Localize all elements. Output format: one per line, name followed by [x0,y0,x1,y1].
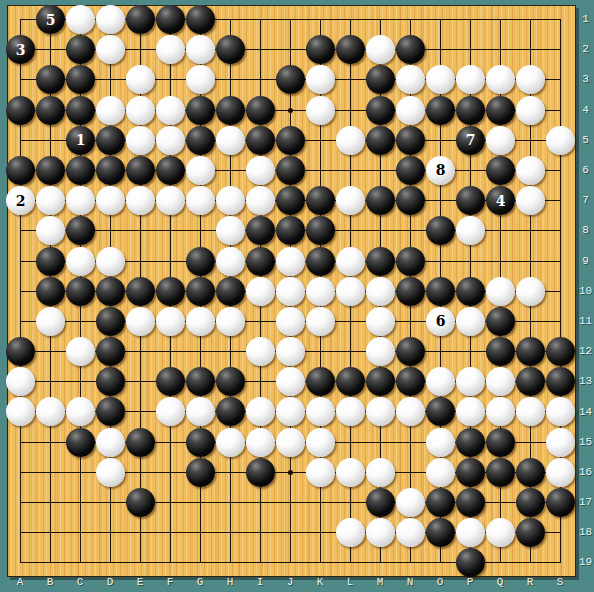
intersection-E19[interactable] [125,547,155,577]
intersection-S9[interactable] [545,246,575,276]
intersection-F2[interactable] [155,34,185,64]
intersection-G3[interactable] [185,64,215,94]
intersection-A4[interactable] [5,95,35,125]
intersection-I4[interactable] [245,95,275,125]
intersection-O11[interactable]: 6 [425,306,455,336]
intersection-D11[interactable] [95,306,125,336]
intersection-I8[interactable] [245,215,275,245]
intersection-E10[interactable] [125,276,155,306]
intersection-F16[interactable] [155,457,185,487]
intersection-J7[interactable] [275,185,305,215]
intersection-O7[interactable] [425,185,455,215]
intersection-C7[interactable] [65,185,95,215]
intersection-H2[interactable] [215,34,245,64]
intersection-O9[interactable] [425,246,455,276]
intersection-H13[interactable] [215,366,245,396]
intersection-F19[interactable] [155,547,185,577]
intersection-A18[interactable] [5,517,35,547]
intersection-Q6[interactable] [485,155,515,185]
intersection-M15[interactable] [365,427,395,457]
intersection-Q17[interactable] [485,487,515,517]
intersection-Q7[interactable]: 4 [485,185,515,215]
intersection-M17[interactable] [365,487,395,517]
intersection-L12[interactable] [335,336,365,366]
intersection-H12[interactable] [215,336,245,366]
intersection-K7[interactable] [305,185,335,215]
intersection-F18[interactable] [155,517,185,547]
intersection-A1[interactable] [5,4,35,34]
intersection-O4[interactable] [425,95,455,125]
intersection-M7[interactable] [365,185,395,215]
intersection-N5[interactable] [395,125,425,155]
intersection-R16[interactable] [515,457,545,487]
intersection-E2[interactable] [125,34,155,64]
intersection-P19[interactable] [455,547,485,577]
intersection-N4[interactable] [395,95,425,125]
intersection-G19[interactable] [185,547,215,577]
intersection-C10[interactable] [65,276,95,306]
intersection-O18[interactable] [425,517,455,547]
intersection-M13[interactable] [365,366,395,396]
intersection-G18[interactable] [185,517,215,547]
intersection-M16[interactable] [365,457,395,487]
intersection-P16[interactable] [455,457,485,487]
intersection-H5[interactable] [215,125,245,155]
intersection-L3[interactable] [335,64,365,94]
intersection-D6[interactable] [95,155,125,185]
intersection-M12[interactable] [365,336,395,366]
intersection-M3[interactable] [365,64,395,94]
intersection-G11[interactable] [185,306,215,336]
intersection-C6[interactable] [65,155,95,185]
intersection-Q19[interactable] [485,547,515,577]
intersection-K13[interactable] [305,366,335,396]
intersection-I13[interactable] [245,366,275,396]
intersection-R19[interactable] [515,547,545,577]
intersection-D17[interactable] [95,487,125,517]
intersection-A7[interactable]: 2 [5,185,35,215]
intersection-A5[interactable] [5,125,35,155]
intersection-O13[interactable] [425,366,455,396]
intersection-C8[interactable] [65,215,95,245]
intersection-I10[interactable] [245,276,275,306]
intersection-Q14[interactable] [485,396,515,426]
intersection-R17[interactable] [515,487,545,517]
intersection-F8[interactable] [155,215,185,245]
intersection-Q15[interactable] [485,427,515,457]
intersection-S12[interactable] [545,336,575,366]
intersection-E14[interactable] [125,396,155,426]
intersection-L4[interactable] [335,95,365,125]
intersection-O14[interactable] [425,396,455,426]
intersection-C2[interactable] [65,34,95,64]
intersection-K10[interactable] [305,276,335,306]
intersection-N3[interactable] [395,64,425,94]
intersection-A10[interactable] [5,276,35,306]
intersection-O15[interactable] [425,427,455,457]
intersection-G15[interactable] [185,427,215,457]
intersection-K14[interactable] [305,396,335,426]
intersection-I9[interactable] [245,246,275,276]
intersection-M2[interactable] [365,34,395,64]
intersection-B12[interactable] [35,336,65,366]
intersection-P2[interactable] [455,34,485,64]
intersection-L19[interactable] [335,547,365,577]
intersection-H15[interactable] [215,427,245,457]
intersection-L1[interactable] [335,4,365,34]
intersection-R4[interactable] [515,95,545,125]
intersection-L11[interactable] [335,306,365,336]
intersection-G9[interactable] [185,246,215,276]
intersection-C15[interactable] [65,427,95,457]
intersection-N6[interactable] [395,155,425,185]
intersection-H11[interactable] [215,306,245,336]
intersection-G2[interactable] [185,34,215,64]
intersection-Q2[interactable] [485,34,515,64]
intersection-N7[interactable] [395,185,425,215]
intersection-J8[interactable] [275,215,305,245]
intersection-P1[interactable] [455,4,485,34]
intersection-D5[interactable] [95,125,125,155]
intersection-S1[interactable] [545,4,575,34]
intersection-R14[interactable] [515,396,545,426]
intersection-P8[interactable] [455,215,485,245]
intersection-P12[interactable] [455,336,485,366]
intersection-I3[interactable] [245,64,275,94]
intersection-E11[interactable] [125,306,155,336]
intersection-J11[interactable] [275,306,305,336]
intersection-S18[interactable] [545,517,575,547]
intersection-K16[interactable] [305,457,335,487]
intersection-C3[interactable] [65,64,95,94]
intersection-S10[interactable] [545,276,575,306]
intersection-F4[interactable] [155,95,185,125]
intersection-M10[interactable] [365,276,395,306]
intersection-K12[interactable] [305,336,335,366]
intersection-L9[interactable] [335,246,365,276]
intersection-S3[interactable] [545,64,575,94]
intersection-J13[interactable] [275,366,305,396]
intersection-P9[interactable] [455,246,485,276]
intersection-A15[interactable] [5,427,35,457]
intersection-H6[interactable] [215,155,245,185]
intersection-H4[interactable] [215,95,245,125]
intersection-P4[interactable] [455,95,485,125]
intersection-C4[interactable] [65,95,95,125]
intersection-A12[interactable] [5,336,35,366]
intersection-I17[interactable] [245,487,275,517]
intersection-B15[interactable] [35,427,65,457]
intersection-J5[interactable] [275,125,305,155]
intersection-C19[interactable] [65,547,95,577]
intersection-C17[interactable] [65,487,95,517]
intersection-D12[interactable] [95,336,125,366]
intersection-R6[interactable] [515,155,545,185]
intersection-H18[interactable] [215,517,245,547]
intersection-F13[interactable] [155,366,185,396]
intersection-S2[interactable] [545,34,575,64]
intersection-N15[interactable] [395,427,425,457]
intersection-A9[interactable] [5,246,35,276]
intersection-P13[interactable] [455,366,485,396]
intersection-N12[interactable] [395,336,425,366]
intersection-N14[interactable] [395,396,425,426]
intersection-G5[interactable] [185,125,215,155]
intersection-S8[interactable] [545,215,575,245]
intersection-P14[interactable] [455,396,485,426]
intersection-A17[interactable] [5,487,35,517]
intersection-B18[interactable] [35,517,65,547]
intersection-D2[interactable] [95,34,125,64]
intersection-R15[interactable] [515,427,545,457]
intersection-S15[interactable] [545,427,575,457]
intersection-D19[interactable] [95,547,125,577]
intersection-L7[interactable] [335,185,365,215]
intersection-L17[interactable] [335,487,365,517]
intersection-G16[interactable] [185,457,215,487]
intersection-I15[interactable] [245,427,275,457]
intersection-D15[interactable] [95,427,125,457]
intersection-H14[interactable] [215,396,245,426]
intersection-D10[interactable] [95,276,125,306]
intersection-J2[interactable] [275,34,305,64]
intersection-A13[interactable] [5,366,35,396]
intersection-Q3[interactable] [485,64,515,94]
intersection-B8[interactable] [35,215,65,245]
intersection-I11[interactable] [245,306,275,336]
intersection-N11[interactable] [395,306,425,336]
intersection-H16[interactable] [215,457,245,487]
intersection-M19[interactable] [365,547,395,577]
intersection-K11[interactable] [305,306,335,336]
intersection-F10[interactable] [155,276,185,306]
intersection-L5[interactable] [335,125,365,155]
intersection-E8[interactable] [125,215,155,245]
intersection-L18[interactable] [335,517,365,547]
intersection-L16[interactable] [335,457,365,487]
intersection-J6[interactable] [275,155,305,185]
intersection-G6[interactable] [185,155,215,185]
intersection-K2[interactable] [305,34,335,64]
intersection-E7[interactable] [125,185,155,215]
intersection-R11[interactable] [515,306,545,336]
intersection-O1[interactable] [425,4,455,34]
intersection-D1[interactable] [95,4,125,34]
intersection-I6[interactable] [245,155,275,185]
intersection-O3[interactable] [425,64,455,94]
intersection-H1[interactable] [215,4,245,34]
intersection-H3[interactable] [215,64,245,94]
intersection-R8[interactable] [515,215,545,245]
intersection-S11[interactable] [545,306,575,336]
intersection-K9[interactable] [305,246,335,276]
intersection-D13[interactable] [95,366,125,396]
intersection-D3[interactable] [95,64,125,94]
intersection-S13[interactable] [545,366,575,396]
intersection-B3[interactable] [35,64,65,94]
intersection-H7[interactable] [215,185,245,215]
intersection-E15[interactable] [125,427,155,457]
intersection-O8[interactable] [425,215,455,245]
intersection-M6[interactable] [365,155,395,185]
intersection-D4[interactable] [95,95,125,125]
intersection-M8[interactable] [365,215,395,245]
intersection-C14[interactable] [65,396,95,426]
intersection-K19[interactable] [305,547,335,577]
intersection-Q9[interactable] [485,246,515,276]
intersection-I5[interactable] [245,125,275,155]
intersection-N17[interactable] [395,487,425,517]
intersection-N8[interactable] [395,215,425,245]
intersection-M18[interactable] [365,517,395,547]
intersection-G1[interactable] [185,4,215,34]
intersection-I18[interactable] [245,517,275,547]
intersection-F6[interactable] [155,155,185,185]
intersection-R2[interactable] [515,34,545,64]
intersection-S4[interactable] [545,95,575,125]
intersection-I2[interactable] [245,34,275,64]
intersection-O10[interactable] [425,276,455,306]
intersection-C13[interactable] [65,366,95,396]
intersection-R1[interactable] [515,4,545,34]
intersection-D7[interactable] [95,185,125,215]
intersection-D8[interactable] [95,215,125,245]
intersection-A8[interactable] [5,215,35,245]
intersection-J17[interactable] [275,487,305,517]
intersection-F5[interactable] [155,125,185,155]
intersection-P7[interactable] [455,185,485,215]
intersection-N13[interactable] [395,366,425,396]
intersection-S14[interactable] [545,396,575,426]
intersection-B5[interactable] [35,125,65,155]
intersection-B9[interactable] [35,246,65,276]
intersection-A11[interactable] [5,306,35,336]
intersection-P15[interactable] [455,427,485,457]
intersection-I14[interactable] [245,396,275,426]
intersection-C1[interactable] [65,4,95,34]
intersection-A3[interactable] [5,64,35,94]
intersection-G4[interactable] [185,95,215,125]
intersection-H17[interactable] [215,487,245,517]
intersection-N10[interactable] [395,276,425,306]
intersection-A6[interactable] [5,155,35,185]
intersection-K8[interactable] [305,215,335,245]
intersection-C11[interactable] [65,306,95,336]
intersection-N19[interactable] [395,547,425,577]
intersection-O17[interactable] [425,487,455,517]
intersection-J19[interactable] [275,547,305,577]
intersection-H9[interactable] [215,246,245,276]
intersection-M1[interactable] [365,4,395,34]
intersection-K6[interactable] [305,155,335,185]
intersection-M5[interactable] [365,125,395,155]
intersection-D18[interactable] [95,517,125,547]
intersection-B1[interactable]: 5 [35,4,65,34]
intersection-J16[interactable] [275,457,305,487]
intersection-F17[interactable] [155,487,185,517]
intersection-C16[interactable] [65,457,95,487]
intersection-E9[interactable] [125,246,155,276]
intersection-P3[interactable] [455,64,485,94]
intersection-K4[interactable] [305,95,335,125]
intersection-L14[interactable] [335,396,365,426]
intersection-R18[interactable] [515,517,545,547]
intersection-B7[interactable] [35,185,65,215]
intersection-I19[interactable] [245,547,275,577]
intersection-Q18[interactable] [485,517,515,547]
intersection-J4[interactable] [275,95,305,125]
intersection-J12[interactable] [275,336,305,366]
intersection-B10[interactable] [35,276,65,306]
intersection-D14[interactable] [95,396,125,426]
intersection-O2[interactable] [425,34,455,64]
intersection-M9[interactable] [365,246,395,276]
intersection-L10[interactable] [335,276,365,306]
intersection-F9[interactable] [155,246,185,276]
intersection-G10[interactable] [185,276,215,306]
intersection-N1[interactable] [395,4,425,34]
intersection-Q1[interactable] [485,4,515,34]
intersection-J15[interactable] [275,427,305,457]
intersection-M11[interactable] [365,306,395,336]
intersection-R5[interactable] [515,125,545,155]
intersection-Q13[interactable] [485,366,515,396]
intersection-H19[interactable] [215,547,245,577]
intersection-E18[interactable] [125,517,155,547]
intersection-Q11[interactable] [485,306,515,336]
intersection-O6[interactable]: 8 [425,155,455,185]
intersection-A2[interactable]: 3 [5,34,35,64]
intersection-Q5[interactable] [485,125,515,155]
intersection-B6[interactable] [35,155,65,185]
intersection-E4[interactable] [125,95,155,125]
intersection-J3[interactable] [275,64,305,94]
intersection-N2[interactable] [395,34,425,64]
intersection-P6[interactable] [455,155,485,185]
intersection-B4[interactable] [35,95,65,125]
intersection-R9[interactable] [515,246,545,276]
intersection-F3[interactable] [155,64,185,94]
intersection-C5[interactable]: 1 [65,125,95,155]
intersection-D9[interactable] [95,246,125,276]
intersection-B17[interactable] [35,487,65,517]
intersection-M14[interactable] [365,396,395,426]
intersection-C18[interactable] [65,517,95,547]
intersection-E12[interactable] [125,336,155,366]
intersection-F14[interactable] [155,396,185,426]
intersection-O19[interactable] [425,547,455,577]
intersection-Q16[interactable] [485,457,515,487]
intersection-S19[interactable] [545,547,575,577]
intersection-P11[interactable] [455,306,485,336]
intersection-E17[interactable] [125,487,155,517]
intersection-I12[interactable] [245,336,275,366]
intersection-C9[interactable] [65,246,95,276]
intersection-G7[interactable] [185,185,215,215]
intersection-J18[interactable] [275,517,305,547]
intersection-D16[interactable] [95,457,125,487]
intersection-E16[interactable] [125,457,155,487]
intersection-N18[interactable] [395,517,425,547]
intersection-F7[interactable] [155,185,185,215]
intersection-G17[interactable] [185,487,215,517]
intersection-R10[interactable] [515,276,545,306]
intersection-C12[interactable] [65,336,95,366]
intersection-B16[interactable] [35,457,65,487]
intersection-A16[interactable] [5,457,35,487]
intersection-G13[interactable] [185,366,215,396]
intersection-E5[interactable] [125,125,155,155]
